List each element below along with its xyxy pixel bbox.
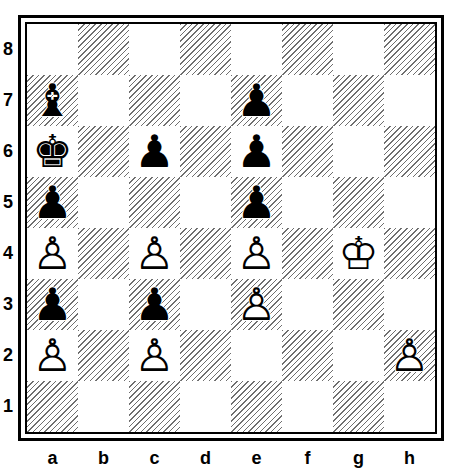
chess-diagram: 87654321 ♝♟♚♟♟♟♟♟♙♟♙♟♙♚♔♟♟♟♙♟♙♟♙♟♙ abcde…	[0, 0, 459, 472]
black-pawn-piece: ♟	[32, 282, 72, 327]
square-a7[interactable]: ♝	[27, 75, 78, 126]
square-d1[interactable]	[180, 381, 231, 432]
square-e2[interactable]	[231, 330, 282, 381]
rank-label-2: 2	[0, 330, 16, 381]
file-label-c: c	[129, 446, 180, 470]
square-c3[interactable]: ♟	[129, 279, 180, 330]
square-d3[interactable]	[180, 279, 231, 330]
square-h2[interactable]: ♟♙	[384, 330, 435, 381]
rank-label-6: 6	[0, 126, 16, 177]
rank-label-1: 1	[0, 381, 16, 432]
square-h5[interactable]	[384, 177, 435, 228]
square-e4[interactable]: ♟♙	[231, 228, 282, 279]
square-h3[interactable]	[384, 279, 435, 330]
square-f3[interactable]	[282, 279, 333, 330]
square-e6[interactable]: ♟	[231, 126, 282, 177]
square-f8[interactable]	[282, 24, 333, 75]
square-f7[interactable]	[282, 75, 333, 126]
white-pawn-piece: ♟♙	[236, 282, 276, 327]
rank-label-7: 7	[0, 75, 16, 126]
board-inner-border: ♝♟♚♟♟♟♟♟♙♟♙♟♙♚♔♟♟♟♙♟♙♟♙♟♙	[25, 22, 437, 434]
square-b6[interactable]	[78, 126, 129, 177]
square-f6[interactable]	[282, 126, 333, 177]
black-bishop-piece: ♝	[32, 78, 72, 123]
square-d4[interactable]	[180, 228, 231, 279]
square-c4[interactable]: ♟♙	[129, 228, 180, 279]
square-a2[interactable]: ♟♙	[27, 330, 78, 381]
square-h6[interactable]	[384, 126, 435, 177]
square-b3[interactable]	[78, 279, 129, 330]
square-b2[interactable]	[78, 330, 129, 381]
rank-label-8: 8	[0, 24, 16, 75]
square-g8[interactable]	[333, 24, 384, 75]
square-h7[interactable]	[384, 75, 435, 126]
square-c6[interactable]: ♟	[129, 126, 180, 177]
file-label-f: f	[282, 446, 333, 470]
square-b4[interactable]	[78, 228, 129, 279]
file-label-b: b	[78, 446, 129, 470]
square-h4[interactable]	[384, 228, 435, 279]
rank-label-4: 4	[0, 228, 16, 279]
file-label-a: a	[27, 446, 78, 470]
square-e8[interactable]	[231, 24, 282, 75]
white-pawn-piece: ♟♙	[389, 333, 429, 378]
square-g4[interactable]: ♚♔	[333, 228, 384, 279]
square-g1[interactable]	[333, 381, 384, 432]
black-king-piece: ♚	[32, 129, 72, 174]
white-pawn-piece: ♟♙	[32, 231, 72, 276]
board-border: ♝♟♚♟♟♟♟♟♙♟♙♟♙♚♔♟♟♟♙♟♙♟♙♟♙	[18, 15, 444, 441]
square-c8[interactable]	[129, 24, 180, 75]
square-e7[interactable]: ♟	[231, 75, 282, 126]
square-b1[interactable]	[78, 381, 129, 432]
rank-label-3: 3	[0, 279, 16, 330]
square-e3[interactable]: ♟♙	[231, 279, 282, 330]
white-pawn-piece: ♟♙	[32, 333, 72, 378]
square-d7[interactable]	[180, 75, 231, 126]
square-a6[interactable]: ♚	[27, 126, 78, 177]
square-f2[interactable]	[282, 330, 333, 381]
file-label-d: d	[180, 446, 231, 470]
square-f4[interactable]	[282, 228, 333, 279]
square-c5[interactable]	[129, 177, 180, 228]
square-a1[interactable]	[27, 381, 78, 432]
black-pawn-piece: ♟	[134, 282, 174, 327]
square-g7[interactable]	[333, 75, 384, 126]
square-f5[interactable]	[282, 177, 333, 228]
white-pawn-piece: ♟♙	[134, 333, 174, 378]
square-b5[interactable]	[78, 177, 129, 228]
black-pawn-piece: ♟	[134, 129, 174, 174]
square-d8[interactable]	[180, 24, 231, 75]
black-pawn-piece: ♟	[236, 78, 276, 123]
square-a5[interactable]: ♟	[27, 177, 78, 228]
square-a8[interactable]	[27, 24, 78, 75]
square-d2[interactable]	[180, 330, 231, 381]
square-c1[interactable]	[129, 381, 180, 432]
chess-board: ♝♟♚♟♟♟♟♟♙♟♙♟♙♚♔♟♟♟♙♟♙♟♙♟♙	[27, 24, 435, 432]
square-d5[interactable]	[180, 177, 231, 228]
square-g2[interactable]	[333, 330, 384, 381]
rank-label-5: 5	[0, 177, 16, 228]
square-c2[interactable]: ♟♙	[129, 330, 180, 381]
square-d6[interactable]	[180, 126, 231, 177]
black-pawn-piece: ♟	[236, 129, 276, 174]
black-pawn-piece: ♟	[236, 180, 276, 225]
square-a4[interactable]: ♟♙	[27, 228, 78, 279]
square-b8[interactable]	[78, 24, 129, 75]
square-a3[interactable]: ♟	[27, 279, 78, 330]
square-e5[interactable]: ♟	[231, 177, 282, 228]
square-g5[interactable]	[333, 177, 384, 228]
file-label-h: h	[384, 446, 435, 470]
square-c7[interactable]	[129, 75, 180, 126]
square-g3[interactable]	[333, 279, 384, 330]
square-g6[interactable]	[333, 126, 384, 177]
black-pawn-piece: ♟	[32, 180, 72, 225]
white-pawn-piece: ♟♙	[236, 231, 276, 276]
file-label-g: g	[333, 446, 384, 470]
white-pawn-piece: ♟♙	[134, 231, 174, 276]
square-b7[interactable]	[78, 75, 129, 126]
square-h1[interactable]	[384, 381, 435, 432]
file-label-e: e	[231, 446, 282, 470]
white-king-piece: ♚♔	[338, 231, 378, 276]
square-f1[interactable]	[282, 381, 333, 432]
square-e1[interactable]	[231, 381, 282, 432]
square-h8[interactable]	[384, 24, 435, 75]
